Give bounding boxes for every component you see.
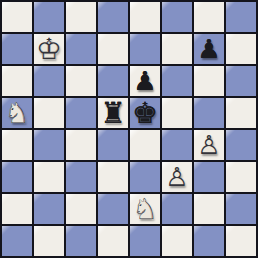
square-g6[interactable] [194, 66, 224, 96]
square-c4[interactable] [66, 130, 96, 160]
square-g4[interactable]: ♟♙ [194, 130, 224, 160]
square-b2[interactable] [34, 194, 64, 224]
square-b3[interactable] [34, 162, 64, 192]
white-knight-glyph-outline: ♘ [130, 194, 160, 224]
square-f1[interactable] [162, 226, 192, 256]
square-e7[interactable] [130, 34, 160, 64]
square-e8[interactable] [130, 2, 160, 32]
square-b5[interactable] [34, 98, 64, 128]
square-d7[interactable] [98, 34, 128, 64]
square-c1[interactable] [66, 226, 96, 256]
square-b1[interactable] [34, 226, 64, 256]
square-c2[interactable] [66, 194, 96, 224]
square-b4[interactable] [34, 130, 64, 160]
square-d2[interactable] [98, 194, 128, 224]
square-h1[interactable] [226, 226, 256, 256]
square-d3[interactable] [98, 162, 128, 192]
piece-white-knight[interactable]: ♞♘ [130, 194, 160, 224]
square-d5[interactable]: ♜♖ [98, 98, 128, 128]
piece-white-pawn[interactable]: ♟♙ [194, 130, 224, 160]
square-f5[interactable] [162, 98, 192, 128]
square-g7[interactable]: ♟♙ [194, 34, 224, 64]
square-a1[interactable] [2, 226, 32, 256]
square-f4[interactable] [162, 130, 192, 160]
square-d4[interactable] [98, 130, 128, 160]
square-d6[interactable] [98, 66, 128, 96]
square-f6[interactable] [162, 66, 192, 96]
piece-black-rook[interactable]: ♜♖ [98, 98, 128, 128]
square-c6[interactable] [66, 66, 96, 96]
chess-board: ♚♔♟♙♟♙♞♘♜♖♚♔♟♙♟♙♞♘ [0, 0, 258, 258]
square-c3[interactable] [66, 162, 96, 192]
square-d1[interactable] [98, 226, 128, 256]
square-g5[interactable] [194, 98, 224, 128]
square-h4[interactable] [226, 130, 256, 160]
square-d8[interactable] [98, 2, 128, 32]
piece-white-pawn[interactable]: ♟♙ [162, 162, 192, 192]
square-g2[interactable] [194, 194, 224, 224]
piece-black-king[interactable]: ♚♔ [130, 98, 160, 128]
square-a4[interactable] [2, 130, 32, 160]
square-h2[interactable] [226, 194, 256, 224]
square-f7[interactable] [162, 34, 192, 64]
square-h7[interactable] [226, 34, 256, 64]
square-f2[interactable] [162, 194, 192, 224]
square-a5[interactable]: ♞♘ [2, 98, 32, 128]
piece-white-knight[interactable]: ♞♘ [2, 98, 32, 128]
square-a2[interactable] [2, 194, 32, 224]
square-g3[interactable] [194, 162, 224, 192]
square-a6[interactable] [2, 66, 32, 96]
square-h8[interactable] [226, 2, 256, 32]
square-h5[interactable] [226, 98, 256, 128]
piece-black-pawn[interactable]: ♟♙ [194, 34, 224, 64]
black-pawn-glyph-outline: ♙ [194, 34, 224, 64]
square-g1[interactable] [194, 226, 224, 256]
square-e3[interactable] [130, 162, 160, 192]
square-c8[interactable] [66, 2, 96, 32]
square-b8[interactable] [34, 2, 64, 32]
square-h3[interactable] [226, 162, 256, 192]
square-b6[interactable] [34, 66, 64, 96]
white-knight-glyph-outline: ♘ [2, 98, 32, 128]
square-e6[interactable]: ♟♙ [130, 66, 160, 96]
square-b7[interactable]: ♚♔ [34, 34, 64, 64]
piece-black-pawn[interactable]: ♟♙ [130, 66, 160, 96]
square-f3[interactable]: ♟♙ [162, 162, 192, 192]
white-king-glyph-outline: ♔ [34, 34, 64, 64]
square-f8[interactable] [162, 2, 192, 32]
black-rook-glyph-outline: ♖ [98, 98, 128, 128]
square-e1[interactable] [130, 226, 160, 256]
square-h6[interactable] [226, 66, 256, 96]
square-c5[interactable] [66, 98, 96, 128]
square-a7[interactable] [2, 34, 32, 64]
black-king-glyph-outline: ♔ [130, 98, 160, 128]
square-e4[interactable] [130, 130, 160, 160]
white-pawn-glyph-outline: ♙ [162, 162, 192, 192]
square-a3[interactable] [2, 162, 32, 192]
square-a8[interactable] [2, 2, 32, 32]
square-e5[interactable]: ♚♔ [130, 98, 160, 128]
square-c7[interactable] [66, 34, 96, 64]
black-pawn-glyph-outline: ♙ [130, 66, 160, 96]
square-g8[interactable] [194, 2, 224, 32]
piece-white-king[interactable]: ♚♔ [34, 34, 64, 64]
square-e2[interactable]: ♞♘ [130, 194, 160, 224]
white-pawn-glyph-outline: ♙ [194, 130, 224, 160]
